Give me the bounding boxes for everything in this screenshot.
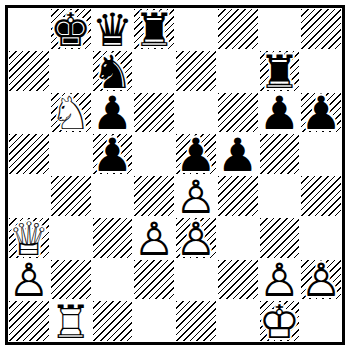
square-g6[interactable]: ♟ (259, 92, 301, 134)
black-pawn-icon: ♟ (92, 134, 134, 176)
square-e1[interactable] (175, 300, 217, 342)
black-pawn-icon: ♟ (217, 134, 259, 176)
square-h4[interactable] (300, 175, 342, 217)
black-rook-d8[interactable]: ♜ (133, 8, 175, 50)
square-f7[interactable] (217, 50, 259, 92)
square-e7[interactable] (175, 50, 217, 92)
square-d1[interactable] (133, 300, 175, 342)
square-b8[interactable]: ♚ (50, 8, 92, 50)
white-pawn-icon: ♙ (175, 217, 217, 259)
white-pawn-icon: ♙ (300, 259, 342, 301)
white-rook-icon: ♖ (50, 301, 92, 343)
white-pawn-a2[interactable]: ♟♙ (8, 259, 50, 301)
white-pawn-h2[interactable]: ♟♙ (300, 259, 342, 301)
white-knight-icon: ♘ (50, 92, 92, 134)
square-f5[interactable]: ♟ (217, 133, 259, 175)
square-f8[interactable] (217, 8, 259, 50)
square-f3[interactable] (217, 217, 259, 259)
square-h8[interactable] (300, 8, 342, 50)
black-rook-icon: ♜ (133, 9, 175, 51)
square-f2[interactable] (217, 259, 259, 301)
square-d6[interactable] (133, 92, 175, 134)
square-b1[interactable]: ♜♖ (50, 300, 92, 342)
square-b6[interactable]: ♞♘ (50, 92, 92, 134)
black-king-b8[interactable]: ♚ (50, 8, 92, 50)
square-a6[interactable] (8, 92, 50, 134)
square-h6[interactable]: ♟ (300, 92, 342, 134)
white-pawn-icon: ♙ (133, 217, 175, 259)
black-pawn-icon: ♟ (259, 92, 301, 134)
black-pawn-h6[interactable]: ♟ (300, 92, 342, 134)
chess-diagram: ♚♛♜♞♜♞♘♟♟♟♟♟♟♟♙♛♕♟♙♟♙♟♙♟♙♟♙♜♖♚♔ (0, 0, 340, 340)
square-a5[interactable] (8, 133, 50, 175)
white-king-g1[interactable]: ♚♔ (259, 300, 301, 342)
black-pawn-icon: ♟ (300, 92, 342, 134)
square-g4[interactable] (259, 175, 301, 217)
square-h2[interactable]: ♟♙ (300, 259, 342, 301)
board-frame: ♚♛♜♞♜♞♘♟♟♟♟♟♟♟♙♛♕♟♙♟♙♟♙♟♙♟♙♜♖♚♔ (5, 5, 345, 345)
square-c1[interactable] (92, 300, 134, 342)
black-king-icon: ♚ (50, 9, 92, 51)
black-pawn-f5[interactable]: ♟ (217, 133, 259, 175)
square-e8[interactable] (175, 8, 217, 50)
square-e3[interactable]: ♟♙ (175, 217, 217, 259)
square-d8[interactable]: ♜ (133, 8, 175, 50)
black-pawn-g6[interactable]: ♟ (259, 92, 301, 134)
chess-board: ♚♛♜♞♜♞♘♟♟♟♟♟♟♟♙♛♕♟♙♟♙♟♙♟♙♟♙♜♖♚♔ (8, 8, 342, 342)
white-knight-b6[interactable]: ♞♘ (50, 92, 92, 134)
square-f1[interactable] (217, 300, 259, 342)
square-a2[interactable]: ♟♙ (8, 259, 50, 301)
square-g1[interactable]: ♚♔ (259, 300, 301, 342)
square-b4[interactable] (50, 175, 92, 217)
white-king-icon: ♔ (259, 301, 301, 343)
white-pawn-icon: ♙ (8, 259, 50, 301)
square-c2[interactable] (92, 259, 134, 301)
square-a7[interactable] (8, 50, 50, 92)
white-rook-b1[interactable]: ♜♖ (50, 300, 92, 342)
black-pawn-c5[interactable]: ♟ (92, 133, 134, 175)
white-pawn-d3[interactable]: ♟♙ (133, 217, 175, 259)
square-d5[interactable] (133, 133, 175, 175)
square-c5[interactable]: ♟ (92, 133, 134, 175)
white-pawn-e3[interactable]: ♟♙ (175, 217, 217, 259)
square-a8[interactable] (8, 8, 50, 50)
square-d3[interactable]: ♟♙ (133, 217, 175, 259)
square-c3[interactable] (92, 217, 134, 259)
square-b3[interactable] (50, 217, 92, 259)
